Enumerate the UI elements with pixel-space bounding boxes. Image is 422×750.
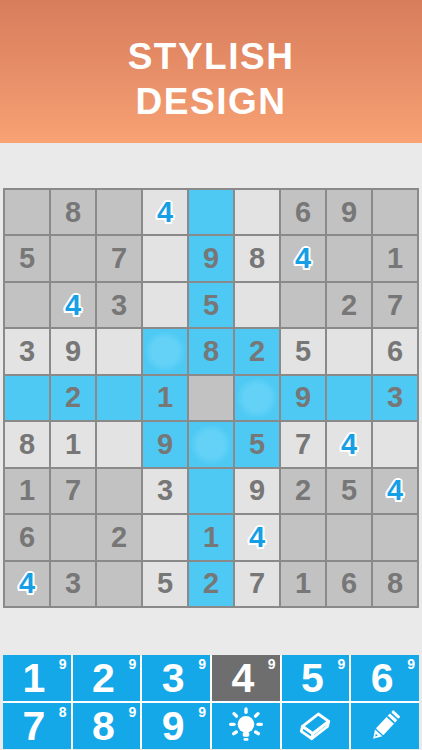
cell-r2c2[interactable] <box>51 236 95 280</box>
key-3[interactable]: 39 <box>142 655 210 701</box>
cell-r6c5[interactable] <box>189 422 233 466</box>
cell-r6c1[interactable]: 8 <box>5 422 49 466</box>
key-8[interactable]: 89 <box>73 703 141 749</box>
given-digit: 6 <box>19 521 35 554</box>
cell-r9c6[interactable]: 7 <box>235 562 279 606</box>
user-digit: 4 <box>295 242 311 275</box>
eraser-button[interactable] <box>282 703 350 749</box>
cell-r3c8[interactable]: 2 <box>327 283 371 327</box>
cell-r9c2[interactable]: 3 <box>51 562 95 606</box>
given-digit: 7 <box>249 567 265 600</box>
lightbulb-icon <box>226 706 266 746</box>
given-digit: 3 <box>157 474 173 507</box>
cell-r6c4[interactable]: 9 <box>143 422 187 466</box>
key-label: 7 <box>22 706 45 747</box>
cell-r5c6[interactable] <box>235 376 279 420</box>
given-digit: 9 <box>157 428 173 461</box>
user-digit: 4 <box>157 196 173 229</box>
cell-r9c3[interactable] <box>97 562 141 606</box>
cell-r8c9[interactable] <box>373 515 417 559</box>
cell-r4c3[interactable] <box>97 329 141 373</box>
key-remaining-count: 9 <box>198 656 206 672</box>
cell-r9c5[interactable]: 2 <box>189 562 233 606</box>
given-digit: 9 <box>65 335 81 368</box>
given-digit: 5 <box>295 335 311 368</box>
cell-r7c7[interactable]: 2 <box>281 469 325 513</box>
given-digit: 2 <box>203 567 219 600</box>
given-digit: 5 <box>19 242 35 275</box>
cell-r3c1[interactable] <box>5 283 49 327</box>
given-digit: 8 <box>19 428 35 461</box>
given-digit: 9 <box>249 474 265 507</box>
given-digit: 7 <box>111 242 127 275</box>
cell-r9c1[interactable]: 4 <box>5 562 49 606</box>
given-digit: 7 <box>387 289 403 322</box>
cell-r8c5[interactable]: 1 <box>189 515 233 559</box>
cell-r1c2[interactable]: 8 <box>51 190 95 234</box>
cell-r2c4[interactable] <box>143 236 187 280</box>
cell-r7c3[interactable] <box>97 469 141 513</box>
header-banner: STYLISH DESIGN <box>0 0 422 143</box>
key-label: 3 <box>162 658 185 699</box>
cell-r6c7[interactable]: 7 <box>281 422 325 466</box>
cell-r2c5[interactable]: 9 <box>189 236 233 280</box>
given-digit: 2 <box>341 289 357 322</box>
key-4[interactable]: 49 <box>212 655 280 701</box>
given-digit: 8 <box>65 196 81 229</box>
key-remaining-count: 9 <box>129 704 137 720</box>
given-digit: 2 <box>111 521 127 554</box>
eraser-icon <box>295 706 335 746</box>
given-digit: 6 <box>387 335 403 368</box>
cell-r4c8[interactable] <box>327 329 371 373</box>
cell-r7c9[interactable]: 4 <box>373 469 417 513</box>
key-9[interactable]: 99 <box>142 703 210 749</box>
cell-r5c7[interactable]: 9 <box>281 376 325 420</box>
given-digit: 7 <box>295 428 311 461</box>
given-digit: 8 <box>387 567 403 600</box>
cell-r9c7[interactable]: 1 <box>281 562 325 606</box>
given-digit: 7 <box>65 474 81 507</box>
key-label: 6 <box>371 658 394 699</box>
user-digit: 4 <box>249 521 265 554</box>
given-digit: 2 <box>295 474 311 507</box>
cell-r5c4[interactable]: 1 <box>143 376 187 420</box>
given-digit: 1 <box>387 242 403 275</box>
cell-r2c3[interactable]: 7 <box>97 236 141 280</box>
cell-r3c5[interactable]: 5 <box>189 283 233 327</box>
cell-r2c8[interactable] <box>327 236 371 280</box>
cell-r5c9[interactable]: 3 <box>373 376 417 420</box>
cell-r1c5[interactable] <box>189 190 233 234</box>
hint-button[interactable] <box>212 703 280 749</box>
cell-r7c5[interactable] <box>189 469 233 513</box>
cell-r8c6[interactable]: 4 <box>235 515 279 559</box>
key-remaining-count: 9 <box>59 656 67 672</box>
cell-r8c8[interactable] <box>327 515 371 559</box>
cell-r3c6[interactable] <box>235 283 279 327</box>
cell-r3c3[interactable]: 3 <box>97 283 141 327</box>
key-remaining-count: 9 <box>198 704 206 720</box>
cell-r1c1[interactable] <box>5 190 49 234</box>
cell-r7c4[interactable]: 3 <box>143 469 187 513</box>
cell-r2c9[interactable]: 1 <box>373 236 417 280</box>
cell-r6c2[interactable]: 1 <box>51 422 95 466</box>
given-digit: 3 <box>111 289 127 322</box>
given-digit: 5 <box>157 567 173 600</box>
cell-r6c8[interactable]: 4 <box>327 422 371 466</box>
page-title-line2: DESIGN <box>136 79 287 124</box>
cell-r9c9[interactable]: 8 <box>373 562 417 606</box>
cell-r4c2[interactable]: 9 <box>51 329 95 373</box>
cell-r6c6[interactable]: 5 <box>235 422 279 466</box>
given-digit: 3 <box>387 381 403 414</box>
cell-r9c8[interactable]: 6 <box>327 562 371 606</box>
key-label: 5 <box>301 658 324 699</box>
cell-r4c7[interactable]: 5 <box>281 329 325 373</box>
given-digit: 1 <box>19 474 35 507</box>
cell-r2c1[interactable]: 5 <box>5 236 49 280</box>
given-digit: 5 <box>203 289 219 322</box>
cell-r7c8[interactable]: 5 <box>327 469 371 513</box>
page-title-line1: STYLISH <box>128 34 295 79</box>
key-label: 9 <box>162 706 185 747</box>
key-remaining-count: 8 <box>59 704 67 720</box>
cell-r4c1[interactable]: 3 <box>5 329 49 373</box>
given-digit: 6 <box>295 196 311 229</box>
given-digit: 2 <box>249 335 265 368</box>
cell-r8c4[interactable] <box>143 515 187 559</box>
user-digit: 4 <box>387 474 403 507</box>
user-digit: 4 <box>65 289 81 322</box>
cell-r8c3[interactable]: 2 <box>97 515 141 559</box>
given-digit: 8 <box>249 242 265 275</box>
given-digit: 9 <box>203 242 219 275</box>
cell-r1c4[interactable]: 4 <box>143 190 187 234</box>
cell-r7c6[interactable]: 9 <box>235 469 279 513</box>
key-7[interactable]: 78 <box>3 703 71 749</box>
given-digit: 3 <box>65 567 81 600</box>
cell-r6c9[interactable] <box>373 422 417 466</box>
key-label: 8 <box>92 706 115 747</box>
cell-r8c7[interactable] <box>281 515 325 559</box>
key-1[interactable]: 19 <box>3 655 71 701</box>
given-digit: 2 <box>65 381 81 414</box>
cell-r7c1[interactable]: 1 <box>5 469 49 513</box>
key-6[interactable]: 69 <box>351 655 419 701</box>
cell-r4c4[interactable] <box>143 329 187 373</box>
cell-r7c2[interactable]: 7 <box>51 469 95 513</box>
key-label: 2 <box>92 658 115 699</box>
key-remaining-count: 9 <box>129 656 137 672</box>
sudoku-board: 8469579841435273982562193819574173925462… <box>3 188 419 608</box>
cell-r8c2[interactable] <box>51 515 95 559</box>
cell-r5c5[interactable] <box>189 376 233 420</box>
pencil-icon <box>365 706 405 746</box>
key-label: 4 <box>231 658 254 699</box>
cell-r3c2[interactable]: 4 <box>51 283 95 327</box>
given-digit: 1 <box>295 567 311 600</box>
given-digit: 1 <box>203 521 219 554</box>
key-5[interactable]: 59 <box>282 655 350 701</box>
cell-r5c2[interactable]: 2 <box>51 376 95 420</box>
given-digit: 5 <box>249 428 265 461</box>
given-digit: 9 <box>341 196 357 229</box>
user-digit: 4 <box>341 428 357 461</box>
given-digit: 5 <box>341 474 357 507</box>
key-remaining-count: 9 <box>407 656 415 672</box>
cell-r3c9[interactable]: 7 <box>373 283 417 327</box>
cell-r2c6[interactable]: 8 <box>235 236 279 280</box>
cell-r5c8[interactable] <box>327 376 371 420</box>
cell-r5c3[interactable] <box>97 376 141 420</box>
cell-r1c8[interactable]: 9 <box>327 190 371 234</box>
given-digit: 9 <box>295 381 311 414</box>
pencil-button[interactable] <box>351 703 419 749</box>
cell-r1c3[interactable] <box>97 190 141 234</box>
given-digit: 8 <box>203 335 219 368</box>
key-remaining-count: 9 <box>338 656 346 672</box>
cell-r4c6[interactable]: 2 <box>235 329 279 373</box>
cell-r4c9[interactable]: 6 <box>373 329 417 373</box>
cell-r5c1[interactable] <box>5 376 49 420</box>
cell-r8c1[interactable]: 6 <box>5 515 49 559</box>
cell-r1c7[interactable]: 6 <box>281 190 325 234</box>
cell-r4c5[interactable]: 8 <box>189 329 233 373</box>
key-2[interactable]: 29 <box>73 655 141 701</box>
cell-r3c4[interactable] <box>143 283 187 327</box>
cell-r1c9[interactable] <box>373 190 417 234</box>
user-digit: 4 <box>19 567 35 600</box>
cell-r1c6[interactable] <box>235 190 279 234</box>
given-digit: 1 <box>65 428 81 461</box>
key-label: 1 <box>22 658 45 699</box>
cell-r2c7[interactable]: 4 <box>281 236 325 280</box>
key-remaining-count: 9 <box>268 656 276 672</box>
cell-r6c3[interactable] <box>97 422 141 466</box>
cell-r3c7[interactable] <box>281 283 325 327</box>
given-digit: 1 <box>157 381 173 414</box>
cell-r9c4[interactable]: 5 <box>143 562 187 606</box>
given-digit: 6 <box>341 567 357 600</box>
given-digit: 3 <box>19 335 35 368</box>
number-keypad: 192939495969788999 <box>3 655 419 749</box>
